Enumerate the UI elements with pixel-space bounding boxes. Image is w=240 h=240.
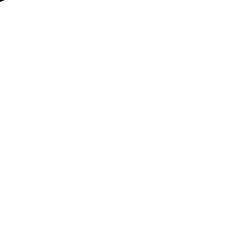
chess-board: [0, 0, 240, 240]
board-grid: [0, 0, 240, 240]
